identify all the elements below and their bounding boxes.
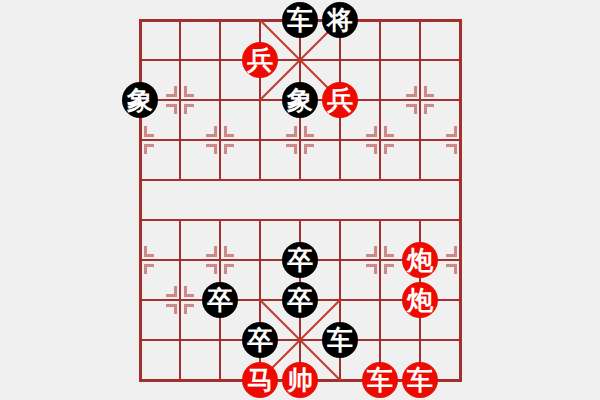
piece-black-chariot[interactable]: 车 <box>282 2 318 38</box>
piece-black-pawn[interactable]: 卒 <box>202 282 238 318</box>
piece-red-pawn[interactable]: 兵 <box>322 82 358 118</box>
piece-red-pawn[interactable]: 兵 <box>242 42 278 78</box>
piece-red-general[interactable]: 帅 <box>282 362 318 398</box>
piece-black-pawn[interactable]: 卒 <box>282 242 318 278</box>
pieces-layer: 车将兵象象兵卒炮卒卒炮卒车马帅车车 <box>120 0 480 400</box>
piece-black-general[interactable]: 将 <box>322 2 358 38</box>
piece-black-pawn[interactable]: 卒 <box>282 282 318 318</box>
piece-red-horse[interactable]: 马 <box>242 362 278 398</box>
piece-black-elephant[interactable]: 象 <box>122 82 158 118</box>
piece-black-elephant[interactable]: 象 <box>282 82 318 118</box>
piece-red-cannon[interactable]: 炮 <box>402 242 438 278</box>
piece-black-chariot[interactable]: 车 <box>322 322 358 358</box>
piece-red-chariot[interactable]: 车 <box>402 362 438 398</box>
piece-black-pawn[interactable]: 卒 <box>242 322 278 358</box>
piece-red-cannon[interactable]: 炮 <box>402 282 438 318</box>
xiangqi-diagram: 车将兵象象兵卒炮卒卒炮卒车马帅车车 <box>0 0 600 400</box>
piece-red-chariot[interactable]: 车 <box>362 362 398 398</box>
